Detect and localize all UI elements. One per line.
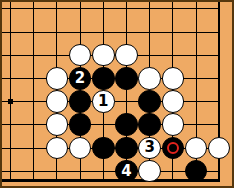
intersection xyxy=(115,113,138,136)
intersection xyxy=(138,20,161,43)
intersection xyxy=(92,113,115,136)
white-stone xyxy=(46,137,69,160)
white-stone xyxy=(46,113,69,136)
intersection xyxy=(22,20,45,43)
red-circle-marker xyxy=(167,142,179,154)
intersection xyxy=(208,113,231,136)
intersection xyxy=(208,20,231,43)
intersection xyxy=(68,136,91,159)
intersection xyxy=(22,0,45,20)
intersection xyxy=(115,20,138,43)
intersection xyxy=(68,20,91,43)
black-stone xyxy=(115,113,138,136)
intersection xyxy=(184,44,207,67)
intersection xyxy=(45,20,68,43)
intersection xyxy=(138,160,161,183)
intersection xyxy=(68,0,91,20)
intersection xyxy=(115,90,138,113)
white-stone xyxy=(69,44,92,67)
intersection xyxy=(45,67,68,90)
white-stone xyxy=(162,113,185,136)
intersection xyxy=(22,136,45,159)
intersection xyxy=(208,0,231,20)
intersection xyxy=(45,160,68,183)
black-stone xyxy=(69,113,92,136)
intersection xyxy=(208,160,231,183)
intersection xyxy=(115,136,138,159)
black-stone xyxy=(69,90,92,113)
white-stone xyxy=(46,67,69,90)
intersection xyxy=(0,160,22,183)
intersection xyxy=(138,67,161,90)
black-stone xyxy=(92,67,115,90)
intersection xyxy=(138,0,161,20)
black-stone xyxy=(138,113,161,136)
intersection xyxy=(92,0,115,20)
intersection xyxy=(0,136,22,159)
black-stone xyxy=(92,137,115,160)
intersection xyxy=(92,44,115,67)
white-stone xyxy=(69,137,92,160)
intersection xyxy=(161,44,184,67)
intersection xyxy=(0,113,22,136)
intersection xyxy=(161,20,184,43)
intersection xyxy=(22,160,45,183)
intersection xyxy=(68,160,91,183)
move-number-label: 4 xyxy=(121,164,131,179)
intersection xyxy=(208,136,231,159)
intersection xyxy=(138,113,161,136)
move-number-label: 3 xyxy=(144,140,154,155)
intersection: 2 xyxy=(68,67,91,90)
intersection xyxy=(115,44,138,67)
intersection xyxy=(184,90,207,113)
intersection xyxy=(161,160,184,183)
intersection xyxy=(68,90,91,113)
intersection xyxy=(0,44,22,67)
intersection xyxy=(0,0,22,20)
intersection xyxy=(161,67,184,90)
intersection xyxy=(0,20,22,43)
black-stone: 2 xyxy=(69,67,92,90)
intersection xyxy=(22,90,45,113)
move-number-label: 2 xyxy=(75,71,85,86)
intersection xyxy=(45,44,68,67)
intersection xyxy=(45,113,68,136)
white-stone: 1 xyxy=(92,90,115,113)
move-number-label: 1 xyxy=(98,94,108,109)
intersection xyxy=(184,67,207,90)
intersection xyxy=(184,0,207,20)
intersection xyxy=(208,44,231,67)
intersection xyxy=(92,136,115,159)
intersection xyxy=(0,67,22,90)
intersection xyxy=(184,160,207,183)
go-board-diagram: 2134 xyxy=(0,0,234,188)
intersection xyxy=(45,90,68,113)
intersection xyxy=(92,20,115,43)
intersection xyxy=(45,0,68,20)
intersection xyxy=(92,67,115,90)
intersection xyxy=(161,0,184,20)
intersection: 4 xyxy=(115,160,138,183)
intersection xyxy=(115,67,138,90)
white-stone: 3 xyxy=(138,137,161,160)
intersection xyxy=(138,90,161,113)
white-stone xyxy=(92,44,115,67)
intersection xyxy=(184,136,207,159)
intersection xyxy=(208,67,231,90)
black-stone xyxy=(138,90,161,113)
black-stone xyxy=(185,160,208,183)
go-board-grid: 2134 xyxy=(0,0,231,183)
intersection xyxy=(115,0,138,20)
white-stone xyxy=(138,160,161,183)
intersection xyxy=(92,160,115,183)
black-stone xyxy=(115,67,138,90)
intersection xyxy=(22,44,45,67)
intersection xyxy=(68,44,91,67)
intersection xyxy=(22,113,45,136)
intersection xyxy=(184,20,207,43)
white-stone xyxy=(208,137,231,160)
intersection xyxy=(161,90,184,113)
intersection xyxy=(161,113,184,136)
black-stone xyxy=(162,137,185,160)
white-stone xyxy=(185,137,208,160)
intersection: 3 xyxy=(138,136,161,159)
intersection xyxy=(22,67,45,90)
intersection xyxy=(68,113,91,136)
intersection: 1 xyxy=(92,90,115,113)
white-stone xyxy=(162,67,185,90)
white-stone xyxy=(46,90,69,113)
intersection xyxy=(0,90,22,113)
black-stone: 4 xyxy=(115,160,138,183)
intersection xyxy=(45,136,68,159)
white-stone xyxy=(138,67,161,90)
white-stone xyxy=(115,44,138,67)
white-stone xyxy=(162,90,185,113)
intersection xyxy=(161,136,184,159)
intersection xyxy=(208,90,231,113)
intersection xyxy=(138,44,161,67)
intersection xyxy=(184,113,207,136)
black-stone xyxy=(115,137,138,160)
